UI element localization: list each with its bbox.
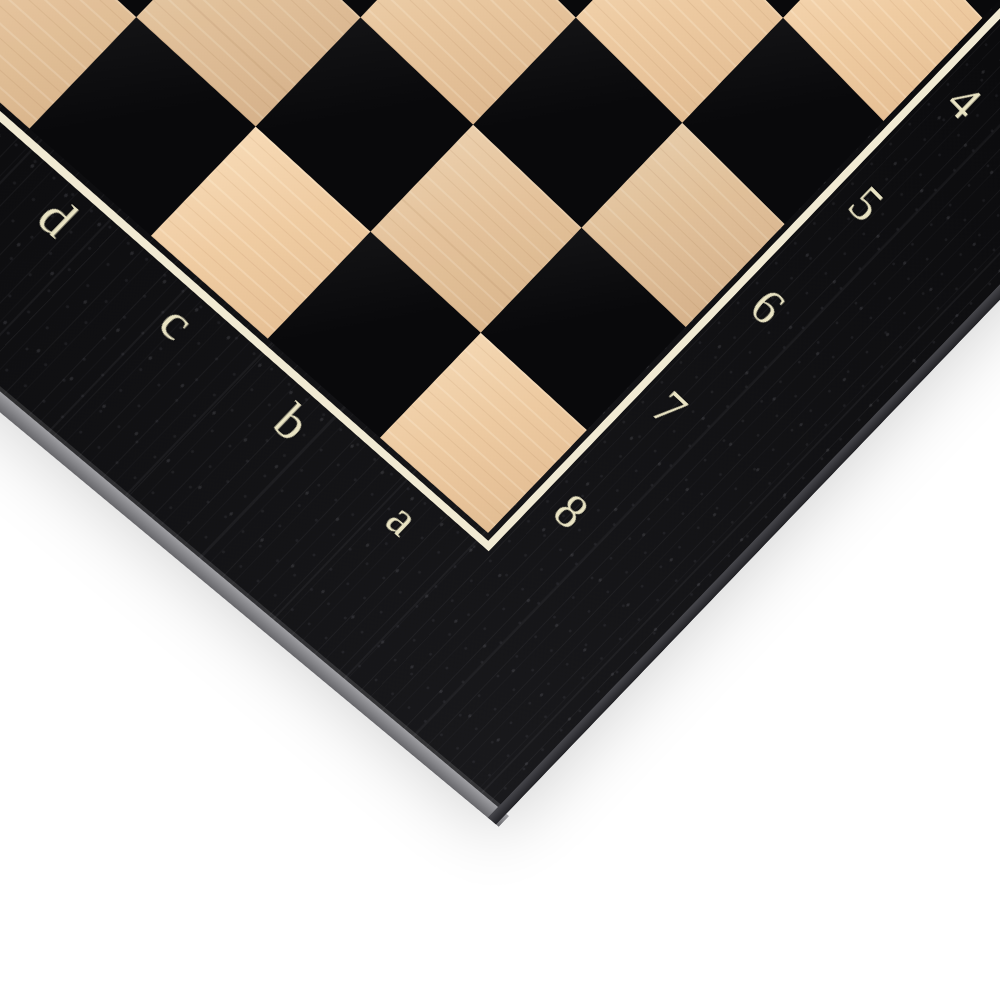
photo-background: abcdefgh12345678 [0,0,1000,1000]
chess-board: abcdefgh12345678 [0,0,1000,807]
